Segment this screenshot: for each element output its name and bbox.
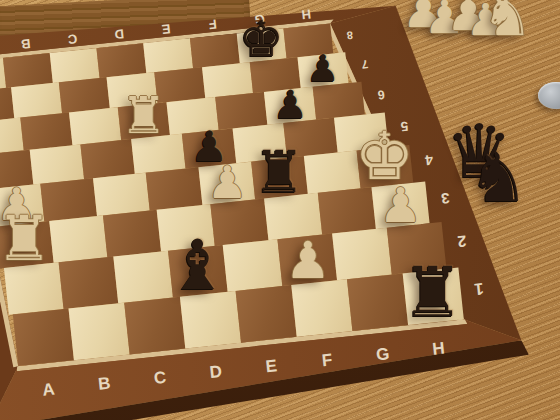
- piece-wP-e4[interactable]: ♟: [207, 160, 247, 205]
- square-b5[interactable]: [30, 144, 84, 184]
- square-b1[interactable]: [69, 303, 130, 361]
- file-label-far-b: B: [19, 36, 30, 52]
- square-b2[interactable]: [59, 257, 119, 309]
- rank-label-4: 4: [424, 152, 434, 169]
- file-label-far-c: C: [66, 31, 77, 47]
- square-b3[interactable]: [49, 215, 107, 262]
- piece-wP-f2[interactable]: ♟: [284, 235, 330, 286]
- square-b7[interactable]: [11, 82, 62, 118]
- file-label-far-d: D: [113, 26, 124, 42]
- file-label-near-h: H: [431, 338, 446, 359]
- captured-black-N[interactable]: ♞: [468, 144, 529, 212]
- square-g4[interactable]: [304, 151, 361, 194]
- piece-bB-d2[interactable]: ♝: [166, 231, 228, 300]
- rank-label-8: 8: [346, 29, 354, 42]
- square-c2[interactable]: [113, 251, 173, 303]
- piece-bR-h1[interactable]: ♜: [402, 258, 464, 327]
- square-e1[interactable]: [236, 285, 297, 343]
- file-label-near-d: D: [209, 362, 224, 383]
- piece-bP-h7[interactable]: ♟: [306, 50, 339, 87]
- piece-wR-d6[interactable]: ♜: [120, 90, 166, 141]
- square-c6[interactable]: [69, 107, 121, 145]
- rank-label-6: 6: [376, 87, 385, 102]
- file-label-near-c: C: [153, 368, 168, 389]
- square-g2[interactable]: [332, 228, 392, 280]
- file-label-near-b: B: [97, 374, 112, 395]
- square-e2[interactable]: [223, 239, 283, 291]
- square-d4[interactable]: [146, 167, 203, 210]
- rank-label-2: 2: [456, 232, 467, 251]
- file-label-far-e: E: [160, 21, 171, 37]
- square-c3[interactable]: [103, 210, 161, 257]
- file-label-near-e: E: [265, 356, 279, 377]
- file-label-far-h: H: [300, 7, 311, 23]
- piece-bP-g6[interactable]: ♟: [272, 85, 307, 124]
- square-a1[interactable]: [13, 309, 74, 367]
- square-c5[interactable]: [80, 139, 134, 179]
- file-label-near-g: G: [375, 344, 391, 365]
- square-c1[interactable]: [124, 297, 185, 355]
- piece-wR-a3[interactable]: ♜: [0, 208, 52, 270]
- square-c4[interactable]: [93, 173, 150, 216]
- piece-wP-h3[interactable]: ♟: [379, 181, 422, 229]
- square-b6[interactable]: [20, 112, 72, 150]
- file-label-near-f: F: [321, 350, 334, 371]
- rank-label-7: 7: [360, 57, 368, 72]
- piece-bK-g8[interactable]: ♚: [238, 14, 283, 64]
- square-g1[interactable]: [347, 273, 408, 331]
- file-label-near-a: A: [42, 379, 57, 400]
- piece-bR-f4[interactable]: ♜: [253, 143, 305, 201]
- captured-white-N[interactable]: ♞: [482, 0, 532, 44]
- rank-label-1: 1: [473, 278, 485, 299]
- photo-frame: chess AABBCCDDEEFFGGHH87654321 ♚♟♜♟♟♟♟♜♚…: [0, 0, 560, 420]
- file-label-far-f: F: [207, 17, 217, 33]
- square-c7[interactable]: [59, 77, 110, 113]
